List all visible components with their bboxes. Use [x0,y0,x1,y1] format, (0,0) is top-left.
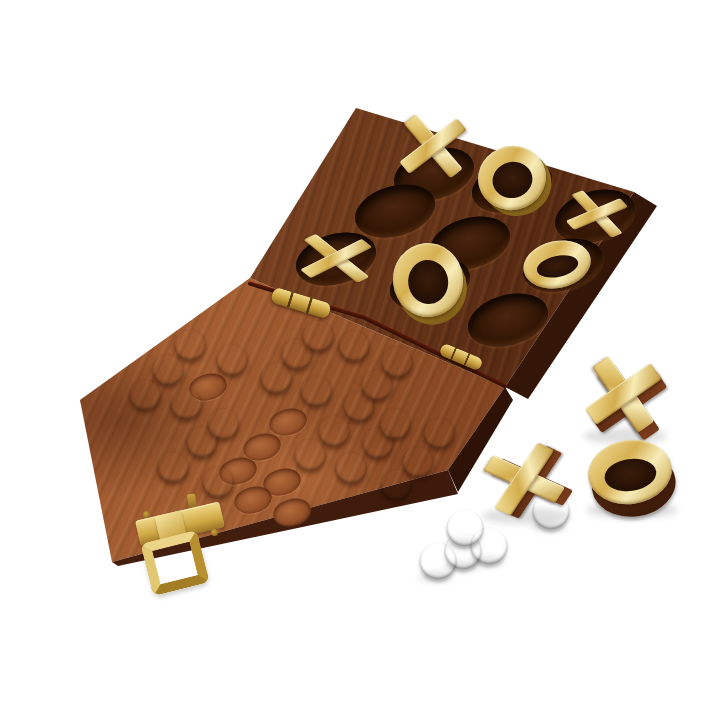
solitaire-ball[interactable] [175,330,206,361]
solitaire-ball[interactable] [344,391,375,422]
wooden-game-box-photo [0,0,720,720]
solitaire-ball[interactable] [158,452,189,483]
solitaire-ball[interactable] [381,470,412,501]
solitaire-ball[interactable] [424,418,455,449]
solitaire-ball[interactable] [301,376,332,407]
loose-steel-ball[interactable] [445,533,482,570]
solitaire-ball[interactable] [363,428,394,459]
latch-screw [143,511,150,518]
ttt-piece-x-r1c1[interactable] [390,105,475,187]
x-piece-brass-face [566,198,628,230]
solitaire-ball[interactable] [171,389,202,420]
solitaire-ball[interactable] [282,339,313,370]
solitaire-ball[interactable] [339,331,370,362]
spare-piece-o[interactable] [584,434,676,509]
solitaire-ball[interactable] [217,345,248,376]
ttt-piece-x-r3c1[interactable] [290,226,382,290]
solitaire-ball[interactable] [261,363,292,394]
solitaire-ball[interactable] [130,380,161,411]
solitaire-ball[interactable] [187,427,218,458]
solitaire-ball[interactable] [403,447,434,478]
loose-steel-ball[interactable] [533,493,570,530]
solitaire-ball[interactable] [203,467,234,498]
solitaire-ball[interactable] [295,440,326,471]
ttt-piece-o-r3c2[interactable] [389,240,466,321]
solitaire-ball[interactable] [319,416,350,447]
latch-screw [211,529,218,536]
spare-piece-x[interactable] [574,345,671,442]
solitaire-ball[interactable] [336,453,367,484]
solitaire-ball[interactable] [153,355,184,386]
